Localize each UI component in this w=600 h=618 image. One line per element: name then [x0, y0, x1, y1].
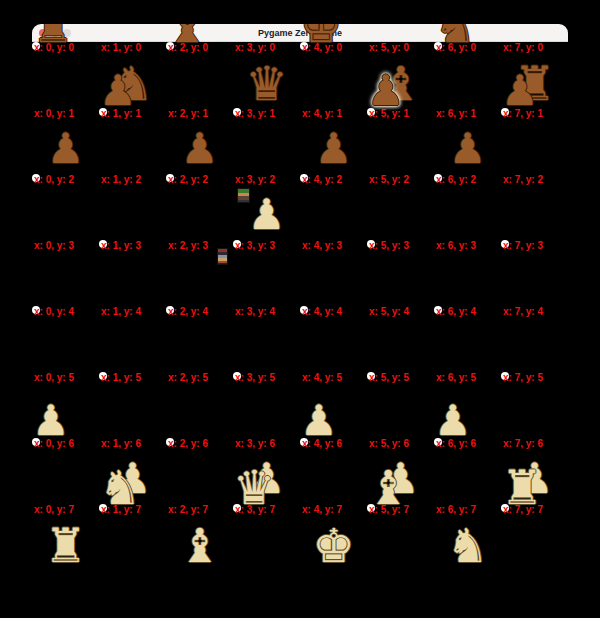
zoom-button[interactable] [63, 29, 71, 37]
cell-coordinate-label: x: 4, y: 4 [302, 306, 342, 317]
cell-coordinate-label: x: 4, y: 3 [302, 240, 342, 251]
cell-coordinate-label: x: 5, y: 5 [369, 372, 409, 383]
tan-bishop-piece: ♝ [166, 522, 233, 569]
tan-pawn-piece: ♟ [233, 458, 300, 500]
cell-coordinate-label: x: 4, y: 5 [302, 372, 342, 383]
window-titlebar[interactable]: Pygame Zero Game [32, 24, 568, 42]
brown-knight-piece: ♞ [99, 60, 166, 107]
cell-coordinate-label: x: 2, y: 6 [168, 438, 208, 449]
cell-coordinate-label: x: 1, y: 6 [101, 438, 141, 449]
board-cell[interactable]: x: 4, y: 0♚ [300, 42, 308, 50]
board-cell[interactable]: x: 7, y: 1♟ [501, 108, 509, 116]
cell-coordinate-label: x: 0, y: 0 [34, 42, 74, 53]
cell-coordinate-label: x: 6, y: 0 [436, 42, 476, 53]
cell-coordinate-label: x: 5, y: 3 [369, 240, 409, 251]
cell-coordinate-label: x: 7, y: 7 [503, 504, 543, 515]
cell-coordinate-label: x: 3, y: 7 [235, 504, 275, 515]
cell-coordinate-label: x: 3, y: 5 [235, 372, 275, 383]
brown-rook-piece: ♜ [501, 60, 568, 107]
cell-coordinate-label: x: 6, y: 2 [436, 174, 476, 185]
board-cell[interactable]: x: 1, y: 3 [99, 240, 107, 248]
cell-coordinate-label: x: 7, y: 6 [503, 438, 543, 449]
cell-coordinate-label: x: 2, y: 1 [168, 108, 208, 119]
board-cell[interactable]: x: 2, y: 4 [166, 306, 174, 314]
cell-coordinate-label: x: 2, y: 4 [168, 306, 208, 317]
cell-coordinate-label: x: 5, y: 2 [369, 174, 409, 185]
brown-bishop-piece: ♝ [367, 60, 434, 107]
board-cell[interactable]: x: 5, y: 2 [367, 174, 434, 240]
cell-coordinate-label: x: 6, y: 3 [436, 240, 476, 251]
tan-pawn-piece: ♟ [501, 458, 568, 500]
board-cell[interactable]: x: 1, y: 1♟ [99, 108, 107, 116]
board-cell[interactable]: x: 4, y: 6♟ [300, 438, 308, 446]
board-cell[interactable]: x: 5, y: 6♟ [367, 438, 434, 504]
tower-sprite [217, 248, 228, 265]
board-cell[interactable]: x: 2, y: 3 [166, 240, 233, 306]
cell-coordinate-label: x: 0, y: 4 [34, 306, 74, 317]
cell-coordinate-label: x: 6, y: 1 [436, 108, 476, 119]
tan-pawn-piece: ♟ [367, 458, 434, 500]
board-cell[interactable]: x: 0, y: 1♟ [32, 108, 99, 174]
board-cell[interactable]: x: 4, y: 1♟ [300, 108, 367, 174]
board-cell[interactable]: x: 3, y: 5 [233, 372, 241, 380]
cell-coordinate-label: x: 3, y: 2 [235, 174, 275, 185]
cell-coordinate-label: x: 5, y: 7 [369, 504, 409, 515]
cell-coordinate-label: x: 1, y: 3 [101, 240, 141, 251]
board-cell[interactable]: x: 7, y: 0♜ [501, 42, 568, 108]
cell-coordinate-label: x: 5, y: 0 [369, 42, 409, 53]
cell-coordinate-label: x: 1, y: 0 [101, 42, 141, 53]
cell-coordinate-label: x: 0, y: 6 [34, 438, 74, 449]
board-cell[interactable]: x: 0, y: 0♜ [32, 42, 40, 50]
cell-coordinate-label: x: 5, y: 6 [369, 438, 409, 449]
board-cell[interactable]: x: 5, y: 4 [367, 306, 434, 372]
cell-coordinate-label: x: 0, y: 3 [34, 240, 74, 251]
cell-coordinate-label: x: 0, y: 1 [34, 108, 74, 119]
cell-coordinate-label: x: 7, y: 1 [503, 108, 543, 119]
cell-coordinate-label: x: 6, y: 7 [436, 504, 476, 515]
cell-coordinate-label: x: 1, y: 7 [101, 504, 141, 515]
tan-king-piece: ♚ [300, 522, 367, 569]
cell-coordinate-label: x: 1, y: 4 [101, 306, 141, 317]
cell-coordinate-label: x: 3, y: 0 [235, 42, 275, 53]
cell-coordinate-label: x: 3, y: 4 [235, 306, 275, 317]
cell-coordinate-label: x: 5, y: 4 [369, 306, 409, 317]
cell-coordinate-label: x: 3, y: 1 [235, 108, 275, 119]
board-cell[interactable]: x: 2, y: 0♝ [166, 42, 174, 50]
board-cell[interactable]: x: 3, y: 2♟ [233, 174, 300, 240]
close-button[interactable] [39, 29, 47, 37]
tan-knight-piece: ♞ [434, 522, 501, 569]
board-cell[interactable]: x: 4, y: 5 [300, 372, 367, 438]
minimize-button[interactable] [51, 29, 59, 37]
pygame-window: Pygame Zero Game x: 0, y: 0♜x: 1, y: 0♞x… [32, 24, 568, 570]
brown-pawn-piece: ♟ [300, 128, 367, 170]
cell-coordinate-label: x: 1, y: 1 [101, 108, 141, 119]
board-cell[interactable]: x: 2, y: 6 [166, 438, 174, 446]
window-title: Pygame Zero Game [258, 28, 342, 38]
board-cell[interactable]: x: 0, y: 7♜ [32, 504, 99, 570]
cell-coordinate-label: x: 1, y: 5 [101, 372, 141, 383]
cell-coordinate-label: x: 1, y: 2 [101, 174, 141, 185]
brown-pawn-piece: ♟ [32, 128, 99, 170]
cell-coordinate-label: x: 0, y: 2 [34, 174, 74, 185]
board-cell[interactable]: x: 0, y: 5 [32, 372, 99, 438]
board-cell[interactable]: x: 5, y: 5 [367, 372, 375, 380]
board-cell[interactable]: x: 2, y: 7♝ [166, 504, 233, 570]
cell-coordinate-label: x: 2, y: 0 [168, 42, 208, 53]
board-cell[interactable]: x: 1, y: 7♞ [99, 504, 107, 512]
board-cell[interactable]: x: 1, y: 0♞ [99, 42, 166, 108]
board-cell[interactable]: x: 6, y: 7♞ [434, 504, 501, 570]
board-cell[interactable]: x: 1, y: 5 [99, 372, 107, 380]
brown-pawn-piece: ♟ [166, 128, 233, 170]
cell-coordinate-label: x: 7, y: 4 [503, 306, 543, 317]
board-cell[interactable]: x: 2, y: 5 [166, 372, 233, 438]
cell-coordinate-label: x: 2, y: 5 [168, 372, 208, 383]
board-cell[interactable]: x: 4, y: 3 [300, 240, 367, 306]
cell-coordinate-label: x: 6, y: 6 [436, 438, 476, 449]
board-cell[interactable]: x: 7, y: 2 [501, 174, 568, 240]
cell-coordinate-label: x: 4, y: 1 [302, 108, 342, 119]
board-cell[interactable]: x: 6, y: 0♞ [434, 42, 442, 50]
board-cell[interactable]: x: 3, y: 7♛ [233, 504, 241, 512]
cell-coordinate-label: x: 2, y: 3 [168, 240, 208, 251]
board-cell[interactable]: x: 0, y: 3 [32, 240, 99, 306]
board-cell[interactable]: x: 4, y: 2 [300, 174, 308, 182]
cell-coordinate-label: x: 2, y: 2 [168, 174, 208, 185]
cell-coordinate-label: x: 4, y: 2 [302, 174, 342, 185]
desktop-background: { "game": "chess", "position": { "fen": … [0, 0, 600, 618]
board-cell[interactable]: x: 6, y: 5 [434, 372, 501, 438]
cell-coordinate-label: x: 6, y: 5 [436, 372, 476, 383]
cell-coordinate-label: x: 4, y: 6 [302, 438, 342, 449]
board-cell[interactable]: x: 6, y: 6♟ [434, 438, 442, 446]
board-cell[interactable]: x: 7, y: 4 [501, 306, 568, 372]
cell-coordinate-label: x: 5, y: 1 [369, 108, 409, 119]
tan-pawn-piece: ♟ [99, 458, 166, 500]
brown-queen-piece: ♛ [233, 60, 300, 107]
board-cell[interactable]: x: 2, y: 2 [166, 174, 174, 182]
brown-pawn-piece: ♟ [434, 128, 501, 170]
board-cell[interactable]: x: 5, y: 1♟ [367, 108, 375, 116]
board-cell[interactable]: x: 4, y: 4 [300, 306, 308, 314]
board-cell[interactable]: x: 6, y: 1♟ [434, 108, 501, 174]
board-cell[interactable]: x: 6, y: 4 [434, 306, 442, 314]
board-cell[interactable]: x: 5, y: 0♝ [367, 42, 434, 108]
board-cell[interactable]: x: 1, y: 4 [99, 306, 166, 372]
cell-coordinate-label: x: 7, y: 5 [503, 372, 543, 383]
cell-coordinate-label: x: 0, y: 7 [34, 504, 74, 515]
board-cell[interactable]: x: 4, y: 7♚ [300, 504, 367, 570]
board-cell[interactable]: x: 7, y: 5 [501, 372, 509, 380]
cell-coordinate-label: x: 3, y: 3 [235, 240, 275, 251]
board-cell[interactable]: x: 5, y: 7♝ [367, 504, 375, 512]
board-cell[interactable]: x: 3, y: 6♟ [233, 438, 300, 504]
board-cell[interactable]: x: 7, y: 3 [501, 240, 509, 248]
cell-coordinate-label: x: 4, y: 7 [302, 504, 342, 515]
board-cell[interactable]: x: 3, y: 1 [233, 108, 241, 116]
board-cell[interactable]: x: 3, y: 0♛ [233, 42, 300, 108]
cell-coordinate-label: x: 0, y: 5 [34, 372, 74, 383]
cell-coordinate-label: x: 6, y: 4 [436, 306, 476, 317]
board-cell[interactable]: x: 6, y: 3 [434, 240, 501, 306]
board-cell[interactable]: x: 3, y: 3 [233, 240, 241, 248]
cell-coordinate-label: x: 3, y: 6 [235, 438, 275, 449]
board-cell[interactable]: x: 5, y: 3 [367, 240, 375, 248]
board-cell[interactable]: x: 6, y: 2 [434, 174, 442, 182]
chess-board: x: 0, y: 0♜x: 1, y: 0♞x: 2, y: 0♝x: 3, y… [32, 42, 568, 570]
board-cell[interactable]: x: 7, y: 7♜ [501, 504, 509, 512]
board-cell[interactable]: x: 3, y: 4 [233, 306, 300, 372]
board-cell[interactable]: x: 1, y: 6♟ [99, 438, 166, 504]
board-cell[interactable]: x: 2, y: 1♟ [166, 108, 233, 174]
cell-coordinate-label: x: 4, y: 0 [302, 42, 342, 53]
cell-coordinate-label: x: 7, y: 0 [503, 42, 543, 53]
board-cell[interactable]: x: 0, y: 6♟ [32, 438, 40, 446]
tan-rook-piece: ♜ [32, 522, 99, 569]
traffic-lights [39, 24, 71, 41]
cell-coordinate-label: x: 7, y: 3 [503, 240, 543, 251]
board-cell[interactable]: x: 1, y: 2 [99, 174, 166, 240]
board-cell[interactable]: x: 0, y: 4 [32, 306, 40, 314]
cell-coordinate-label: x: 7, y: 2 [503, 174, 543, 185]
hero-sprite [237, 188, 250, 203]
board-cell[interactable]: x: 7, y: 6♟ [501, 438, 568, 504]
cell-coordinate-label: x: 2, y: 7 [168, 504, 208, 515]
board-cell[interactable]: x: 0, y: 2 [32, 174, 40, 182]
